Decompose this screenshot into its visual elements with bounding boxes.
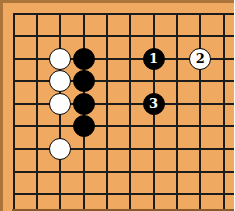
go-stone-white[interactable] bbox=[49, 138, 71, 160]
stone-move-number: 1 bbox=[149, 52, 158, 65]
grid-line-horizontal bbox=[13, 193, 235, 195]
grid-line-horizontal bbox=[13, 35, 235, 37]
grid-line-vertical bbox=[176, 13, 178, 209]
go-stone-black[interactable] bbox=[73, 93, 95, 115]
board-bottom-edge-line bbox=[12, 209, 234, 211]
go-stone-white[interactable] bbox=[49, 93, 71, 115]
go-stone-white[interactable] bbox=[49, 70, 71, 92]
go-stone-white-move-2[interactable]: 2 bbox=[189, 48, 211, 70]
stone-move-number: 2 bbox=[196, 52, 205, 65]
go-stone-black[interactable] bbox=[73, 70, 95, 92]
stone-move-number: 3 bbox=[149, 97, 158, 110]
grid-line-vertical bbox=[106, 13, 108, 209]
go-board[interactable]: 123 bbox=[0, 0, 234, 211]
go-stone-black[interactable] bbox=[73, 48, 95, 70]
grid-line-vertical bbox=[36, 13, 38, 209]
go-stone-white[interactable] bbox=[49, 48, 71, 70]
grid-line-horizontal bbox=[13, 103, 235, 105]
grid-line-horizontal bbox=[13, 148, 235, 150]
grid-line-vertical bbox=[199, 13, 201, 209]
grid-line-vertical bbox=[13, 13, 15, 209]
go-stone-black-move-1[interactable]: 1 bbox=[143, 48, 165, 70]
grid-line-vertical bbox=[129, 13, 131, 209]
grid-line-horizontal bbox=[13, 13, 235, 15]
grid-line-horizontal bbox=[13, 80, 235, 82]
grid-line-horizontal bbox=[13, 171, 235, 173]
grid-line-horizontal bbox=[13, 125, 235, 127]
go-stone-black-move-3[interactable]: 3 bbox=[143, 93, 165, 115]
grid-line-vertical bbox=[223, 13, 225, 209]
go-diagram: 123 bbox=[0, 0, 234, 211]
go-stone-black[interactable] bbox=[73, 115, 95, 137]
